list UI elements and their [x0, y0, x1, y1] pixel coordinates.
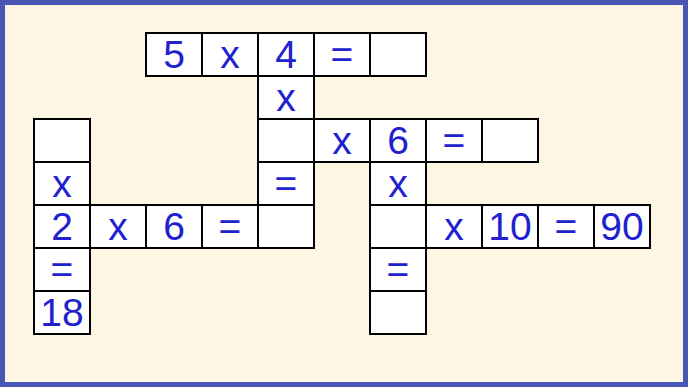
- operator-cell-multiply: x: [89, 204, 147, 249]
- operator-cell-equals: =: [33, 247, 91, 292]
- answer-cell-empty[interactable]: [369, 204, 427, 249]
- number-cell: 6: [145, 204, 203, 249]
- math-crossword-page: { "game": "multiplication cross-number p…: [0, 0, 688, 387]
- operator-cell-multiply: x: [257, 75, 315, 120]
- answer-cell-empty[interactable]: [369, 290, 427, 335]
- answer-cell-empty[interactable]: [33, 118, 91, 163]
- operator-cell-equals: =: [201, 204, 259, 249]
- answer-cell-empty[interactable]: [369, 32, 427, 77]
- answer-cell-empty[interactable]: [481, 118, 539, 163]
- number-cell: 18: [33, 290, 91, 335]
- number-cell: 90: [593, 204, 651, 249]
- operator-cell-multiply: x: [425, 204, 483, 249]
- operator-cell-equals: =: [257, 161, 315, 206]
- operator-cell-multiply: x: [313, 118, 371, 163]
- number-cell: 4: [257, 32, 315, 77]
- number-cell: 10: [481, 204, 539, 249]
- number-cell: 6: [369, 118, 427, 163]
- number-cell: 2: [33, 204, 91, 249]
- operator-cell-equals: =: [425, 118, 483, 163]
- puzzle-grid: 5x4=xx6=x=x2x6=x10=90==18: [34, 33, 650, 334]
- number-cell: 5: [145, 32, 203, 77]
- operator-cell-equals: =: [369, 247, 427, 292]
- operator-cell-multiply: x: [201, 32, 259, 77]
- puzzle-frame: 5x4=xx6=x=x2x6=x10=90==18: [0, 0, 688, 387]
- answer-cell-empty[interactable]: [257, 204, 315, 249]
- operator-cell-equals: =: [313, 32, 371, 77]
- answer-cell-empty[interactable]: [257, 118, 315, 163]
- operator-cell-equals: =: [537, 204, 595, 249]
- operator-cell-multiply: x: [33, 161, 91, 206]
- operator-cell-multiply: x: [369, 161, 427, 206]
